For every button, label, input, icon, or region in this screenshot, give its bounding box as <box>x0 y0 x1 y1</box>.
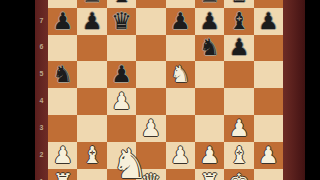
black-knight[interactable]: ♞ <box>199 36 220 59</box>
square-g5[interactable] <box>224 61 253 88</box>
black-pawn[interactable]: ♟ <box>170 10 191 33</box>
square-d8[interactable] <box>136 0 165 8</box>
square-e1[interactable] <box>166 169 195 180</box>
square-b7[interactable]: ♟ <box>77 8 106 35</box>
square-h5[interactable] <box>254 61 283 88</box>
white-bishop[interactable]: ♝ <box>229 144 250 167</box>
square-f8[interactable]: ♜ <box>195 0 224 8</box>
board-frame: ♜♝♜♚♟♟♛♟♟♝♟♞♟♞♟♞♟♟♟♟♝♟♟♝♟♜♛♜♚ 87654321 ♞ <box>35 0 305 180</box>
black-knight[interactable]: ♞ <box>52 63 73 86</box>
rank-label-6: 6 <box>35 43 48 50</box>
square-a3[interactable] <box>48 115 77 142</box>
square-c6[interactable] <box>107 35 136 62</box>
square-a6[interactable] <box>48 35 77 62</box>
black-pawn[interactable]: ♟ <box>199 10 220 33</box>
rank-label-2: 2 <box>35 151 48 158</box>
square-b6[interactable] <box>77 35 106 62</box>
rank-label-3: 3 <box>35 124 48 131</box>
square-g7[interactable]: ♝ <box>224 8 253 35</box>
video-frame: ♜♝♜♚♟♟♛♟♟♝♟♞♟♞♟♞♟♟♟♟♝♟♟♝♟♜♛♜♚ 87654321 ♞ <box>0 0 320 180</box>
square-f5[interactable] <box>195 61 224 88</box>
square-g8[interactable]: ♚ <box>224 0 253 8</box>
square-a4[interactable] <box>48 88 77 115</box>
square-e7[interactable]: ♟ <box>166 8 195 35</box>
white-pawn[interactable]: ♟ <box>52 144 73 167</box>
square-a1[interactable]: ♜ <box>48 169 77 180</box>
square-b1[interactable] <box>77 169 106 180</box>
square-a7[interactable]: ♟ <box>48 8 77 35</box>
square-c3[interactable] <box>107 115 136 142</box>
square-d3[interactable]: ♟ <box>136 115 165 142</box>
square-h2[interactable]: ♟ <box>254 142 283 169</box>
white-pawn[interactable]: ♟ <box>229 117 250 140</box>
square-d5[interactable] <box>136 61 165 88</box>
square-f3[interactable] <box>195 115 224 142</box>
rank-label-1: 1 <box>35 178 48 180</box>
black-rook[interactable]: ♜ <box>199 0 220 6</box>
square-b4[interactable] <box>77 88 106 115</box>
square-f6[interactable]: ♞ <box>195 35 224 62</box>
square-g6[interactable]: ♟ <box>224 35 253 62</box>
rank-label-4: 4 <box>35 97 48 104</box>
square-b3[interactable] <box>77 115 106 142</box>
square-e3[interactable] <box>166 115 195 142</box>
square-h1[interactable] <box>254 169 283 180</box>
square-g1[interactable]: ♚ <box>224 169 253 180</box>
square-b8[interactable]: ♜ <box>77 0 106 8</box>
rank-label-7: 7 <box>35 17 48 24</box>
square-e4[interactable] <box>166 88 195 115</box>
black-bishop[interactable]: ♝ <box>111 0 132 6</box>
square-e5[interactable]: ♞ <box>166 61 195 88</box>
square-c4[interactable]: ♟ <box>107 88 136 115</box>
rank-label-5: 5 <box>35 70 48 77</box>
square-f1[interactable]: ♜ <box>195 169 224 180</box>
square-h6[interactable] <box>254 35 283 62</box>
square-a8[interactable] <box>48 0 77 8</box>
square-e6[interactable] <box>166 35 195 62</box>
square-f4[interactable] <box>195 88 224 115</box>
chess-board[interactable]: ♜♝♜♚♟♟♛♟♟♝♟♞♟♞♟♞♟♟♟♟♝♟♟♝♟♜♛♜♚ <box>48 0 283 180</box>
square-c8[interactable]: ♝ <box>107 0 136 8</box>
white-pawn[interactable]: ♟ <box>170 144 191 167</box>
square-g4[interactable] <box>224 88 253 115</box>
square-g3[interactable]: ♟ <box>224 115 253 142</box>
square-f2[interactable]: ♟ <box>195 142 224 169</box>
square-d6[interactable] <box>136 35 165 62</box>
square-h4[interactable] <box>254 88 283 115</box>
square-g2[interactable]: ♝ <box>224 142 253 169</box>
square-b2[interactable]: ♝ <box>77 142 106 169</box>
square-d7[interactable] <box>136 8 165 35</box>
white-pawn[interactable]: ♟ <box>111 90 132 113</box>
square-b5[interactable] <box>77 61 106 88</box>
black-bishop[interactable]: ♝ <box>229 10 250 33</box>
square-c5[interactable]: ♟ <box>107 61 136 88</box>
white-knight[interactable]: ♞ <box>170 63 191 86</box>
animated-knight[interactable]: ♞ <box>108 144 152 180</box>
square-f7[interactable]: ♟ <box>195 8 224 35</box>
square-c7[interactable]: ♛ <box>107 8 136 35</box>
square-h7[interactable]: ♟ <box>254 8 283 35</box>
black-pawn[interactable]: ♟ <box>52 10 73 33</box>
white-pawn[interactable]: ♟ <box>199 144 220 167</box>
white-bishop[interactable]: ♝ <box>82 144 103 167</box>
black-king[interactable]: ♚ <box>229 0 250 6</box>
square-a5[interactable]: ♞ <box>48 61 77 88</box>
white-pawn[interactable]: ♟ <box>258 144 279 167</box>
white-pawn[interactable]: ♟ <box>141 117 162 140</box>
square-h8[interactable] <box>254 0 283 8</box>
square-e2[interactable]: ♟ <box>166 142 195 169</box>
white-king[interactable]: ♚ <box>229 171 250 180</box>
square-e8[interactable] <box>166 0 195 8</box>
black-rook[interactable]: ♜ <box>82 0 103 6</box>
square-h3[interactable] <box>254 115 283 142</box>
black-pawn[interactable]: ♟ <box>229 36 250 59</box>
black-pawn[interactable]: ♟ <box>258 10 279 33</box>
square-d4[interactable] <box>136 88 165 115</box>
black-queen[interactable]: ♛ <box>111 10 132 33</box>
white-rook[interactable]: ♜ <box>52 171 73 180</box>
black-pawn[interactable]: ♟ <box>111 63 132 86</box>
white-rook[interactable]: ♜ <box>199 171 220 180</box>
square-a2[interactable]: ♟ <box>48 142 77 169</box>
black-pawn[interactable]: ♟ <box>82 10 103 33</box>
